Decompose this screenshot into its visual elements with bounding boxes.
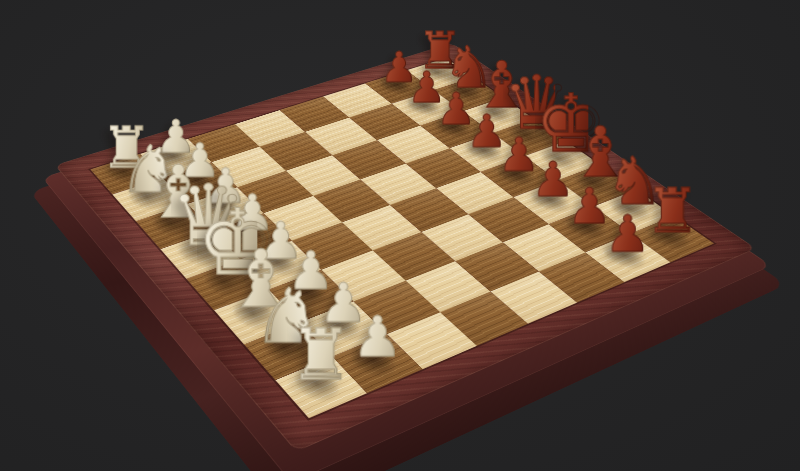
board-frame: ♜♞♝♛♚♝♞♜♟♟♟♟♟♟♟♟♟♟♟♟♟♟♟♟♜♞♝♛♚♝♞♜ — [55, 43, 756, 452]
red-pawn-h7[interactable]: ♟ — [598, 209, 657, 259]
white-pawn-h2[interactable]: ♟ — [345, 309, 411, 365]
chess-3d-scene: ♜♞♝♛♚♝♞♜♟♟♟♟♟♟♟♟♟♟♟♟♟♟♟♟♜♞♝♛♚♝♞♜ — [0, 0, 800, 471]
board-3d-container: ♜♞♝♛♚♝♞♜♟♟♟♟♟♟♟♟♟♟♟♟♟♟♟♟♜♞♝♛♚♝♞♜ — [55, 43, 756, 452]
square-h1[interactable]: ♜ — [275, 356, 367, 418]
square-e4[interactable] — [342, 205, 422, 251]
white-rook-h1[interactable]: ♜ — [287, 319, 354, 389]
